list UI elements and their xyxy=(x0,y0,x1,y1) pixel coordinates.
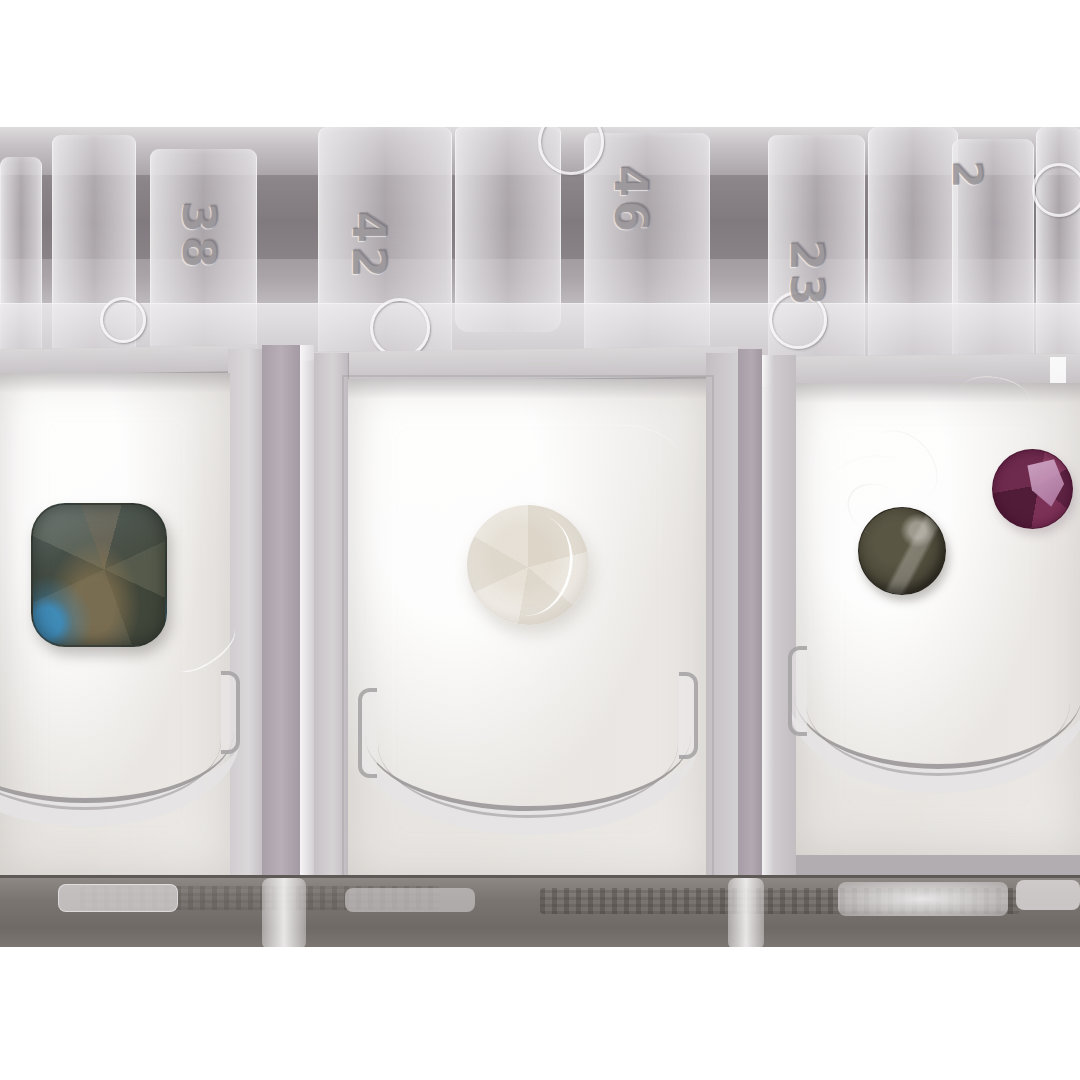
latch-tab xyxy=(58,884,178,912)
mold-ring xyxy=(370,298,430,358)
gem-round-colorless xyxy=(467,505,589,625)
white-margin-top xyxy=(0,0,1080,127)
latch-tab xyxy=(262,878,306,947)
case-gap-highlight xyxy=(300,345,314,895)
case-left-right-frame xyxy=(228,349,262,891)
thumb-tab-middle-case xyxy=(358,647,698,805)
tab-hook xyxy=(679,672,698,759)
embossed-code-23: 23 xyxy=(780,239,834,309)
embossed-code-2: 2 xyxy=(944,161,990,192)
gem-facet-highlight xyxy=(1018,459,1064,510)
thumb-tab-left-case xyxy=(0,647,240,797)
tab-hook xyxy=(358,688,377,778)
embossed-code-42: 42 xyxy=(342,211,396,281)
gem-round-pink xyxy=(992,449,1073,529)
pad-shade xyxy=(0,373,230,393)
latch-tab xyxy=(1016,880,1080,910)
mold-ring xyxy=(1032,163,1080,217)
bottom-band xyxy=(0,875,1080,947)
case-gap-shadow-2 xyxy=(738,349,762,894)
case-gap-shadow xyxy=(262,345,300,895)
embossed-code-46: 46 xyxy=(604,165,658,235)
latch-tab xyxy=(728,878,764,947)
listing-photo-canvas: 38 42 46 23 2 xyxy=(0,0,1080,1080)
tab-line xyxy=(806,629,1070,776)
latch-tab xyxy=(345,888,475,912)
embossed-code-38: 38 xyxy=(172,201,226,271)
gem-cushion-blue-green xyxy=(31,503,167,647)
gem-cases-photo: 38 42 46 23 2 xyxy=(0,127,1080,947)
tab-line xyxy=(378,671,677,818)
open-lids-row: 38 42 46 23 2 xyxy=(0,127,1080,360)
thumb-tab-right-case xyxy=(788,605,1080,763)
white-margin-bottom xyxy=(0,947,1080,1080)
tab-hook xyxy=(788,646,807,736)
pad-shade xyxy=(796,383,1080,403)
latch-tab xyxy=(838,882,1008,916)
tab-hook xyxy=(221,671,240,754)
mold-ring xyxy=(100,297,146,343)
gem-glint xyxy=(482,507,583,624)
